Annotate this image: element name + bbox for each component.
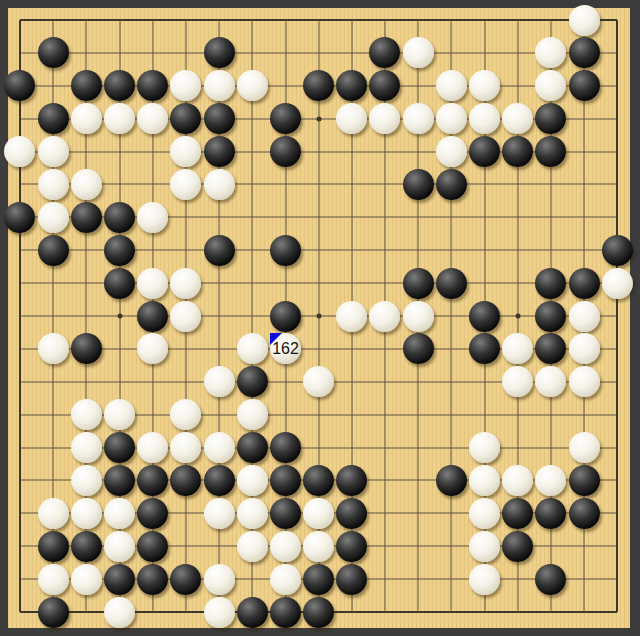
intersection[interactable] [3, 596, 36, 629]
intersection[interactable] [402, 464, 435, 497]
intersection[interactable] [70, 332, 103, 365]
intersection[interactable] [601, 4, 634, 37]
intersection[interactable] [203, 201, 236, 234]
intersection[interactable] [335, 300, 368, 333]
intersection[interactable] [70, 300, 103, 333]
intersection[interactable] [103, 234, 136, 267]
intersection[interactable] [136, 365, 169, 398]
intersection[interactable] [3, 4, 36, 37]
intersection[interactable] [368, 36, 401, 69]
intersection[interactable] [534, 4, 567, 37]
intersection[interactable] [601, 530, 634, 563]
intersection[interactable] [435, 563, 468, 596]
intersection[interactable] [103, 464, 136, 497]
intersection[interactable] [269, 201, 302, 234]
intersection[interactable] [402, 102, 435, 135]
intersection[interactable] [335, 497, 368, 530]
intersection[interactable] [302, 596, 335, 629]
intersection[interactable] [468, 431, 501, 464]
intersection[interactable] [468, 201, 501, 234]
intersection[interactable] [335, 596, 368, 629]
intersection[interactable] [236, 431, 269, 464]
intersection[interactable] [169, 497, 202, 530]
intersection[interactable] [568, 464, 601, 497]
intersection[interactable] [501, 365, 534, 398]
intersection[interactable] [368, 530, 401, 563]
intersection[interactable] [501, 596, 534, 629]
intersection[interactable] [335, 102, 368, 135]
intersection[interactable] [269, 300, 302, 333]
intersection[interactable] [601, 135, 634, 168]
intersection[interactable] [37, 201, 70, 234]
intersection[interactable] [501, 267, 534, 300]
intersection[interactable] [335, 135, 368, 168]
intersection[interactable] [601, 365, 634, 398]
intersection[interactable] [568, 332, 601, 365]
intersection[interactable] [601, 69, 634, 102]
intersection[interactable] [402, 234, 435, 267]
intersection[interactable] [203, 36, 236, 69]
intersection[interactable] [269, 267, 302, 300]
intersection[interactable] [368, 102, 401, 135]
intersection[interactable] [335, 36, 368, 69]
intersection[interactable] [435, 36, 468, 69]
intersection[interactable] [534, 497, 567, 530]
intersection[interactable] [37, 398, 70, 431]
intersection[interactable] [269, 398, 302, 431]
intersection[interactable] [269, 596, 302, 629]
intersection[interactable] [3, 267, 36, 300]
intersection[interactable] [169, 365, 202, 398]
intersection[interactable] [302, 365, 335, 398]
intersection[interactable] [568, 135, 601, 168]
intersection[interactable] [203, 4, 236, 37]
intersection[interactable] [601, 464, 634, 497]
intersection[interactable] [136, 464, 169, 497]
intersection[interactable] [501, 234, 534, 267]
intersection[interactable] [601, 234, 634, 267]
intersection[interactable] [368, 431, 401, 464]
intersection[interactable] [70, 201, 103, 234]
intersection[interactable] [269, 365, 302, 398]
intersection[interactable] [203, 464, 236, 497]
intersection[interactable] [468, 497, 501, 530]
intersection[interactable] [501, 464, 534, 497]
intersection[interactable] [70, 135, 103, 168]
intersection[interactable] [203, 267, 236, 300]
intersection[interactable] [468, 36, 501, 69]
intersection[interactable] [203, 431, 236, 464]
intersection[interactable] [37, 135, 70, 168]
intersection[interactable] [468, 530, 501, 563]
intersection[interactable] [568, 431, 601, 464]
intersection[interactable] [302, 234, 335, 267]
intersection[interactable] [601, 36, 634, 69]
intersection[interactable] [468, 563, 501, 596]
intersection[interactable] [3, 398, 36, 431]
intersection[interactable] [534, 69, 567, 102]
intersection[interactable] [368, 332, 401, 365]
intersection[interactable] [136, 267, 169, 300]
intersection[interactable]: 162 [269, 332, 302, 365]
intersection[interactable] [136, 431, 169, 464]
intersection[interactable] [601, 168, 634, 201]
intersection[interactable] [568, 365, 601, 398]
intersection[interactable] [136, 135, 169, 168]
intersection[interactable] [402, 4, 435, 37]
intersection[interactable] [302, 530, 335, 563]
intersection[interactable] [435, 431, 468, 464]
intersection[interactable] [435, 596, 468, 629]
intersection[interactable] [203, 102, 236, 135]
intersection[interactable] [103, 102, 136, 135]
intersection[interactable] [136, 398, 169, 431]
intersection[interactable] [534, 530, 567, 563]
intersection[interactable] [203, 69, 236, 102]
intersection[interactable] [435, 102, 468, 135]
intersection[interactable] [368, 563, 401, 596]
intersection[interactable] [37, 596, 70, 629]
intersection[interactable] [269, 135, 302, 168]
intersection[interactable] [169, 201, 202, 234]
intersection[interactable] [37, 431, 70, 464]
intersection[interactable] [402, 497, 435, 530]
intersection[interactable] [601, 497, 634, 530]
intersection[interactable] [136, 300, 169, 333]
intersection[interactable] [468, 398, 501, 431]
intersection[interactable] [203, 135, 236, 168]
intersection[interactable] [402, 563, 435, 596]
intersection[interactable] [70, 4, 103, 37]
intersection[interactable] [203, 365, 236, 398]
intersection[interactable] [402, 431, 435, 464]
intersection[interactable] [169, 234, 202, 267]
intersection[interactable] [468, 596, 501, 629]
intersection[interactable] [3, 464, 36, 497]
intersection[interactable] [402, 398, 435, 431]
intersection[interactable] [534, 563, 567, 596]
intersection[interactable] [601, 398, 634, 431]
intersection[interactable] [136, 563, 169, 596]
intersection[interactable] [435, 69, 468, 102]
intersection[interactable] [3, 300, 36, 333]
intersection[interactable] [3, 563, 36, 596]
intersection[interactable] [335, 168, 368, 201]
intersection[interactable] [335, 530, 368, 563]
intersection[interactable] [601, 596, 634, 629]
intersection[interactable] [402, 332, 435, 365]
intersection[interactable] [368, 4, 401, 37]
intersection[interactable] [501, 102, 534, 135]
intersection[interactable] [568, 36, 601, 69]
intersection[interactable] [169, 168, 202, 201]
intersection[interactable] [169, 431, 202, 464]
intersection[interactable] [3, 234, 36, 267]
intersection[interactable] [70, 464, 103, 497]
intersection[interactable] [601, 431, 634, 464]
intersection[interactable] [169, 69, 202, 102]
intersection[interactable] [203, 300, 236, 333]
intersection[interactable] [269, 563, 302, 596]
intersection[interactable] [103, 201, 136, 234]
intersection[interactable] [468, 234, 501, 267]
intersection[interactable] [435, 201, 468, 234]
intersection[interactable] [70, 530, 103, 563]
intersection[interactable] [103, 365, 136, 398]
intersection[interactable] [103, 4, 136, 37]
intersection[interactable] [3, 530, 36, 563]
intersection[interactable] [3, 201, 36, 234]
intersection[interactable] [203, 168, 236, 201]
intersection[interactable] [468, 69, 501, 102]
intersection[interactable] [70, 596, 103, 629]
intersection[interactable] [136, 168, 169, 201]
intersection[interactable] [70, 102, 103, 135]
intersection[interactable] [236, 464, 269, 497]
intersection[interactable] [103, 497, 136, 530]
intersection[interactable] [302, 464, 335, 497]
intersection[interactable] [169, 4, 202, 37]
intersection[interactable] [534, 36, 567, 69]
intersection[interactable] [435, 135, 468, 168]
intersection[interactable] [335, 332, 368, 365]
intersection[interactable] [103, 69, 136, 102]
intersection[interactable] [368, 365, 401, 398]
intersection[interactable] [302, 135, 335, 168]
intersection[interactable] [103, 300, 136, 333]
intersection[interactable] [103, 563, 136, 596]
intersection[interactable] [601, 102, 634, 135]
intersection[interactable] [269, 431, 302, 464]
intersection[interactable] [236, 234, 269, 267]
intersection[interactable] [302, 36, 335, 69]
intersection[interactable] [37, 365, 70, 398]
intersection[interactable] [601, 563, 634, 596]
intersection[interactable] [402, 201, 435, 234]
intersection[interactable] [169, 398, 202, 431]
intersection[interactable] [335, 69, 368, 102]
intersection[interactable] [136, 497, 169, 530]
intersection[interactable] [3, 431, 36, 464]
intersection[interactable] [368, 596, 401, 629]
intersection[interactable] [435, 332, 468, 365]
intersection[interactable] [70, 69, 103, 102]
intersection[interactable] [37, 530, 70, 563]
intersection[interactable] [468, 168, 501, 201]
intersection[interactable] [302, 102, 335, 135]
intersection[interactable] [568, 497, 601, 530]
intersection[interactable] [269, 4, 302, 37]
intersection[interactable] [501, 530, 534, 563]
intersection[interactable] [534, 431, 567, 464]
intersection[interactable] [136, 530, 169, 563]
intersection[interactable] [435, 530, 468, 563]
intersection[interactable] [269, 168, 302, 201]
intersection[interactable] [302, 168, 335, 201]
intersection[interactable] [368, 267, 401, 300]
intersection[interactable] [302, 300, 335, 333]
intersection[interactable] [368, 201, 401, 234]
intersection[interactable] [103, 596, 136, 629]
intersection[interactable] [136, 69, 169, 102]
intersection[interactable] [468, 332, 501, 365]
intersection[interactable] [236, 4, 269, 37]
intersection[interactable] [402, 596, 435, 629]
intersection[interactable] [37, 168, 70, 201]
intersection[interactable] [37, 332, 70, 365]
intersection[interactable] [501, 332, 534, 365]
intersection[interactable] [136, 4, 169, 37]
intersection[interactable] [37, 563, 70, 596]
intersection[interactable] [302, 4, 335, 37]
intersection[interactable] [335, 201, 368, 234]
intersection[interactable] [468, 267, 501, 300]
intersection[interactable] [136, 201, 169, 234]
intersection[interactable] [534, 267, 567, 300]
intersection[interactable] [601, 332, 634, 365]
intersection[interactable] [169, 102, 202, 135]
intersection[interactable] [103, 530, 136, 563]
intersection[interactable] [468, 464, 501, 497]
intersection[interactable] [37, 36, 70, 69]
intersection[interactable] [601, 201, 634, 234]
intersection[interactable] [236, 332, 269, 365]
intersection[interactable] [435, 168, 468, 201]
intersection[interactable] [368, 135, 401, 168]
intersection[interactable] [368, 464, 401, 497]
intersection[interactable] [3, 332, 36, 365]
intersection[interactable] [236, 69, 269, 102]
intersection[interactable] [402, 135, 435, 168]
intersection[interactable] [70, 431, 103, 464]
intersection[interactable] [402, 530, 435, 563]
intersection[interactable] [236, 497, 269, 530]
intersection[interactable] [203, 497, 236, 530]
intersection[interactable] [468, 300, 501, 333]
intersection[interactable] [568, 530, 601, 563]
intersection[interactable] [468, 4, 501, 37]
intersection[interactable] [3, 36, 36, 69]
intersection[interactable] [236, 201, 269, 234]
intersection[interactable] [568, 4, 601, 37]
intersection[interactable] [302, 497, 335, 530]
intersection[interactable] [435, 464, 468, 497]
intersection[interactable] [302, 431, 335, 464]
intersection[interactable] [568, 300, 601, 333]
intersection[interactable] [269, 497, 302, 530]
intersection[interactable] [335, 234, 368, 267]
intersection[interactable] [435, 234, 468, 267]
intersection[interactable] [368, 398, 401, 431]
intersection[interactable] [203, 563, 236, 596]
intersection[interactable] [335, 398, 368, 431]
intersection[interactable] [169, 596, 202, 629]
intersection[interactable] [169, 464, 202, 497]
intersection[interactable] [236, 135, 269, 168]
intersection[interactable] [402, 300, 435, 333]
intersection[interactable] [3, 69, 36, 102]
intersection[interactable] [468, 365, 501, 398]
intersection[interactable] [335, 365, 368, 398]
intersection[interactable] [601, 267, 634, 300]
intersection[interactable] [3, 102, 36, 135]
intersection[interactable] [402, 36, 435, 69]
intersection[interactable] [402, 69, 435, 102]
intersection[interactable] [534, 398, 567, 431]
intersection[interactable] [136, 102, 169, 135]
intersection[interactable] [37, 464, 70, 497]
intersection[interactable] [136, 332, 169, 365]
intersection[interactable] [501, 300, 534, 333]
intersection[interactable] [169, 135, 202, 168]
intersection[interactable] [568, 168, 601, 201]
intersection[interactable] [136, 596, 169, 629]
intersection[interactable] [435, 4, 468, 37]
intersection[interactable] [236, 596, 269, 629]
intersection[interactable] [335, 267, 368, 300]
intersection[interactable] [501, 135, 534, 168]
intersection[interactable] [368, 497, 401, 530]
intersection[interactable] [568, 234, 601, 267]
intersection[interactable] [568, 596, 601, 629]
intersection[interactable] [302, 332, 335, 365]
intersection[interactable] [103, 36, 136, 69]
intersection[interactable] [70, 234, 103, 267]
intersection[interactable] [269, 102, 302, 135]
intersection[interactable] [501, 69, 534, 102]
intersection[interactable] [203, 234, 236, 267]
intersection[interactable] [501, 36, 534, 69]
intersection[interactable] [368, 234, 401, 267]
intersection[interactable] [70, 497, 103, 530]
intersection[interactable] [37, 300, 70, 333]
intersection[interactable] [269, 530, 302, 563]
intersection[interactable] [169, 300, 202, 333]
intersection[interactable] [534, 332, 567, 365]
intersection[interactable] [402, 365, 435, 398]
intersection[interactable] [103, 267, 136, 300]
intersection[interactable] [501, 201, 534, 234]
intersection[interactable] [37, 234, 70, 267]
intersection[interactable] [236, 300, 269, 333]
intersection[interactable] [37, 497, 70, 530]
intersection[interactable] [568, 398, 601, 431]
intersection[interactable] [169, 332, 202, 365]
intersection[interactable] [269, 36, 302, 69]
intersection[interactable] [501, 497, 534, 530]
intersection[interactable] [534, 464, 567, 497]
intersection[interactable] [203, 596, 236, 629]
intersection[interactable] [269, 69, 302, 102]
intersection[interactable] [335, 431, 368, 464]
intersection[interactable] [402, 267, 435, 300]
intersection[interactable] [534, 365, 567, 398]
intersection[interactable] [236, 267, 269, 300]
intersection[interactable] [169, 530, 202, 563]
intersection[interactable] [136, 234, 169, 267]
intersection[interactable] [302, 563, 335, 596]
intersection[interactable] [236, 102, 269, 135]
intersection[interactable] [568, 563, 601, 596]
intersection[interactable] [70, 398, 103, 431]
intersection[interactable] [269, 234, 302, 267]
intersection[interactable] [103, 431, 136, 464]
intersection[interactable] [534, 300, 567, 333]
intersection[interactable] [70, 563, 103, 596]
intersection[interactable] [568, 267, 601, 300]
intersection[interactable] [3, 168, 36, 201]
intersection[interactable] [534, 135, 567, 168]
